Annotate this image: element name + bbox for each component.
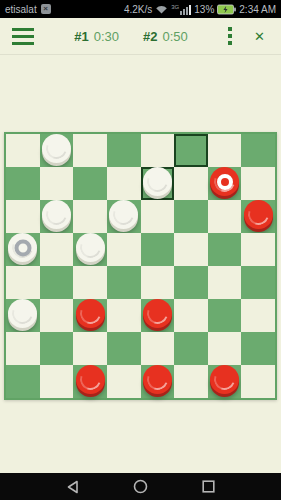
square-r7c6[interactable] <box>208 365 242 398</box>
status-bar: etisalat × 4.2K/s 3G 13% 2:34 AM <box>0 0 281 18</box>
square-r2c0 <box>6 200 40 233</box>
square-r7c4[interactable] <box>141 365 175 398</box>
white-king[interactable] <box>8 233 37 262</box>
square-r6c2 <box>73 332 107 365</box>
square-r6c6 <box>208 332 242 365</box>
square-r1c6[interactable] <box>208 167 242 200</box>
square-r6c7[interactable] <box>241 332 275 365</box>
square-r7c1 <box>40 365 74 398</box>
home-icon <box>133 479 148 494</box>
square-r3c5 <box>174 233 208 266</box>
red-man[interactable] <box>143 299 172 328</box>
player2-time: 0:50 <box>163 29 188 44</box>
square-r4c3[interactable] <box>107 266 141 299</box>
square-r2c5[interactable] <box>174 200 208 233</box>
square-r4c7[interactable] <box>241 266 275 299</box>
player1-label: #1 <box>74 29 88 44</box>
square-r5c4[interactable] <box>141 299 175 332</box>
square-r7c3 <box>107 365 141 398</box>
square-r1c7 <box>241 167 275 200</box>
menu-button[interactable] <box>12 28 34 45</box>
square-r2c7[interactable] <box>241 200 275 233</box>
square-r3c1 <box>40 233 74 266</box>
clock-label: 2:34 AM <box>239 4 276 15</box>
player1-clock: #1 0:30 <box>74 29 119 44</box>
square-r1c4[interactable] <box>141 167 175 200</box>
square-r4c5[interactable] <box>174 266 208 299</box>
hamburger-icon <box>12 28 34 31</box>
square-r0c1[interactable] <box>40 134 74 167</box>
red-king[interactable] <box>210 167 239 196</box>
square-r1c3 <box>107 167 141 200</box>
red-man[interactable] <box>244 200 273 229</box>
status-bar-right: 4.2K/s 3G 13% 2:34 AM <box>124 4 276 15</box>
square-r1c2[interactable] <box>73 167 107 200</box>
sim-message-icon: × <box>41 4 51 14</box>
square-r4c6 <box>208 266 242 299</box>
player-clocks: #1 0:30 #2 0:50 <box>34 29 228 44</box>
square-r5c0[interactable] <box>6 299 40 332</box>
white-man[interactable] <box>143 167 172 196</box>
square-r2c3[interactable] <box>107 200 141 233</box>
square-r6c4 <box>141 332 175 365</box>
player2-clock: #2 0:50 <box>143 29 188 44</box>
close-button[interactable]: ✕ <box>250 27 269 46</box>
white-man[interactable] <box>42 200 71 229</box>
square-r5c7 <box>241 299 275 332</box>
square-r7c7 <box>241 365 275 398</box>
square-r5c6[interactable] <box>208 299 242 332</box>
square-r2c6 <box>208 200 242 233</box>
game-stage <box>0 55 281 473</box>
red-man[interactable] <box>76 365 105 394</box>
square-r7c2[interactable] <box>73 365 107 398</box>
red-man[interactable] <box>76 299 105 328</box>
square-r3c6[interactable] <box>208 233 242 266</box>
square-r0c7[interactable] <box>241 134 275 167</box>
overflow-menu-button[interactable] <box>228 27 232 45</box>
square-r1c1 <box>40 167 74 200</box>
square-r5c5 <box>174 299 208 332</box>
square-r5c3 <box>107 299 141 332</box>
back-button[interactable] <box>63 477 83 497</box>
square-r4c4 <box>141 266 175 299</box>
square-r1c5 <box>174 167 208 200</box>
square-r0c4 <box>141 134 175 167</box>
board <box>4 132 277 400</box>
square-r0c2 <box>73 134 107 167</box>
kebab-icon <box>228 27 232 31</box>
square-r7c0[interactable] <box>6 365 40 398</box>
square-r6c5[interactable] <box>174 332 208 365</box>
white-man[interactable] <box>109 200 138 229</box>
square-r4c1[interactable] <box>40 266 74 299</box>
square-r0c3[interactable] <box>107 134 141 167</box>
battery-icon <box>217 4 236 15</box>
square-r0c5[interactable] <box>174 134 208 167</box>
square-r6c0 <box>6 332 40 365</box>
battery-percent-label: 13% <box>194 4 214 15</box>
square-r6c3[interactable] <box>107 332 141 365</box>
square-r5c1 <box>40 299 74 332</box>
square-r3c7 <box>241 233 275 266</box>
square-r2c2 <box>73 200 107 233</box>
square-r1c0[interactable] <box>6 167 40 200</box>
home-button[interactable] <box>131 477 151 497</box>
network-speed-label: 4.2K/s <box>124 4 152 15</box>
red-man[interactable] <box>210 365 239 394</box>
player1-time: 0:30 <box>94 29 119 44</box>
red-man[interactable] <box>143 365 172 394</box>
player2-label: #2 <box>143 29 157 44</box>
recents-icon <box>202 480 215 493</box>
recents-button[interactable] <box>199 477 219 497</box>
square-r5c2[interactable] <box>73 299 107 332</box>
white-man[interactable] <box>8 299 37 328</box>
signal-icon: 3G <box>171 4 191 15</box>
square-r0c6 <box>208 134 242 167</box>
android-nav-bar <box>0 473 281 500</box>
square-r2c4 <box>141 200 175 233</box>
square-r3c4[interactable] <box>141 233 175 266</box>
square-r7c5 <box>174 365 208 398</box>
carrier-label: etisalat <box>5 4 37 15</box>
signal-type-label: 3G <box>171 4 179 10</box>
wifi-icon <box>155 4 168 15</box>
square-r4c0 <box>6 266 40 299</box>
square-r0c0 <box>6 134 40 167</box>
square-r3c3 <box>107 233 141 266</box>
toolbar: #1 0:30 #2 0:50 ✕ <box>0 18 281 55</box>
white-man[interactable] <box>42 134 71 163</box>
square-r3c2[interactable] <box>73 233 107 266</box>
white-man[interactable] <box>76 233 105 262</box>
square-r6c1[interactable] <box>40 332 74 365</box>
square-r4c2 <box>73 266 107 299</box>
square-r2c1[interactable] <box>40 200 74 233</box>
back-icon <box>66 480 79 494</box>
square-r3c0[interactable] <box>6 233 40 266</box>
